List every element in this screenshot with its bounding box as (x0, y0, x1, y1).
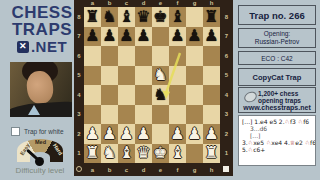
rank-labels-right: 87654321 (220, 7, 233, 163)
gauge-hub (35, 157, 44, 166)
black-knight: ♞ (101, 7, 118, 27)
photo-jacket (10, 100, 72, 117)
move-text: xe4 4. (271, 139, 290, 146)
square-h4[interactable] (203, 85, 220, 105)
square-d6[interactable] (135, 46, 152, 66)
opening-label: Opening: (264, 30, 290, 38)
white-knight: ♞ (101, 144, 118, 164)
square-f4[interactable] (169, 85, 186, 105)
square-a4[interactable] (84, 85, 101, 105)
square-f6[interactable] (169, 46, 186, 66)
square-g4[interactable] (186, 85, 203, 105)
trap-for-white-row: Trap for white (11, 127, 64, 136)
move-line[interactable]: 3...d6 (242, 125, 312, 132)
rank-label: 2 (74, 124, 84, 144)
square-e6[interactable] (152, 46, 169, 66)
move-text: f3 (290, 118, 298, 125)
square-b4[interactable] (101, 85, 118, 105)
presenter-photo (10, 62, 72, 117)
rank-label: 1 (220, 144, 233, 164)
file-label: f (169, 164, 186, 176)
square-f7[interactable]: ♟ (169, 27, 186, 47)
square-e5[interactable]: ♞ (152, 66, 169, 86)
file-label: g (186, 164, 203, 176)
white-rook: ♜ (84, 144, 101, 164)
rank-label: 7 (220, 27, 233, 47)
square-a1[interactable]: ♜ (84, 144, 101, 164)
file-labels-bottom: abcdefgh (84, 164, 220, 176)
file-label: g (186, 0, 203, 7)
move-list[interactable]: [...] 1.e4 e5 2.♘f3 ♘f63...d6[...]3.♘xe5… (238, 115, 316, 166)
file-label: c (118, 164, 135, 176)
square-e4[interactable]: ♞ (152, 85, 169, 105)
square-h6[interactable] (203, 46, 220, 66)
difficulty-label: Difficulty level (6, 166, 74, 175)
square-e1[interactable]: ♚ (152, 144, 169, 164)
board-corner-square (223, 166, 229, 172)
square-c4[interactable] (118, 85, 135, 105)
black-queen: ♛ (135, 7, 152, 27)
square-d7[interactable]: ♟ (135, 27, 152, 47)
black-pawn: ♟ (84, 27, 101, 47)
black-pawn: ♟ (135, 27, 152, 47)
rank-label: 3 (74, 105, 84, 125)
logo-net-text: .NET (31, 38, 67, 55)
square-e2[interactable] (152, 124, 169, 144)
file-label: a (84, 0, 101, 7)
square-c7[interactable]: ♟ (118, 27, 135, 47)
square-c5[interactable] (118, 66, 135, 86)
square-b1[interactable]: ♞ (101, 144, 118, 164)
rank-label: 4 (74, 85, 84, 105)
square-c2[interactable]: ♟ (118, 124, 135, 144)
rank-label: 6 (220, 46, 233, 66)
rank-label: 2 (220, 124, 233, 144)
opening-box: Opening: Russian-Petrov (238, 28, 316, 48)
trap-for-white-checkbox[interactable] (11, 127, 20, 136)
trap-number-box: Trap no. 266 (238, 5, 316, 25)
mouse-icon (242, 90, 258, 105)
square-a2[interactable]: ♟ (84, 124, 101, 144)
square-g2[interactable]: ♟ (186, 124, 203, 144)
square-d3[interactable] (135, 105, 152, 125)
square-c6[interactable] (118, 46, 135, 66)
square-c3[interactable] (118, 105, 135, 125)
black-pawn: ♟ (118, 27, 135, 47)
rank-labels-left: 87654321 (74, 7, 84, 163)
square-c8[interactable]: ♝ (118, 7, 135, 27)
square-b2[interactable]: ♟ (101, 124, 118, 144)
move-text: xe5 (253, 139, 266, 146)
white-queen: ♛ (135, 144, 152, 164)
logo-line-3: ✕ .NET (6, 38, 78, 55)
trap-for-white-label: Trap for white (24, 128, 64, 135)
promo-line-1: 1,200+ chess (258, 90, 298, 97)
black-pawn: ♟ (186, 27, 203, 47)
file-label: h (203, 164, 220, 176)
square-d8[interactable]: ♛ (135, 7, 152, 27)
square-a3[interactable] (84, 105, 101, 125)
rank-label: 7 (74, 27, 84, 47)
move-text: 3...d6 (250, 125, 267, 132)
square-b3[interactable] (101, 105, 118, 125)
rank-label: 5 (74, 66, 84, 86)
file-labels-top: abcdefgh (84, 0, 220, 7)
square-a8[interactable]: ♜ (84, 7, 101, 27)
move-text: e2 (295, 139, 304, 146)
move-line[interactable]: 5.♘c6+ (242, 146, 312, 153)
move-line[interactable]: [...] (242, 132, 312, 139)
board-grid: ♜♞♝♛♚♝♜♟♟♟♟♟♟♟♞♞♟♟♟♟♟♟♟♜♞♝♛♚♝♜ (84, 7, 220, 163)
white-pawn: ♟ (101, 124, 118, 144)
x-mark-icon: ✕ (17, 41, 29, 53)
square-g8[interactable] (186, 7, 203, 27)
square-h2[interactable]: ♟ (203, 124, 220, 144)
eco-box: ECO : C42 (238, 51, 316, 65)
promo-box: 1,200+ chess opening traps www.chesstrap… (238, 87, 316, 113)
move-line[interactable]: 3.♘xe5 ♘xe4 4.♕e2 ♘f6 (242, 139, 312, 146)
square-f8[interactable]: ♝ (169, 7, 186, 27)
black-pawn: ♟ (169, 27, 186, 47)
square-g5[interactable] (186, 66, 203, 86)
square-b6[interactable] (101, 46, 118, 66)
file-label: d (135, 164, 152, 176)
file-label: e (152, 164, 169, 176)
file-label: d (135, 0, 152, 7)
square-g3[interactable] (186, 105, 203, 125)
file-label: c (118, 0, 135, 7)
square-f5[interactable] (169, 66, 186, 86)
square-g7[interactable]: ♟ (186, 27, 203, 47)
square-g1[interactable] (186, 144, 203, 164)
move-text: [...] 1.e4 e5 2. (242, 118, 285, 125)
square-g6[interactable] (186, 46, 203, 66)
rank-label: 8 (220, 7, 233, 27)
logo-line-2: TRAPS (6, 21, 78, 38)
square-b7[interactable]: ♟ (101, 27, 118, 47)
trap-number: Trap no. 266 (249, 10, 304, 21)
square-f2[interactable]: ♟ (169, 124, 186, 144)
promo-url: www.chesstraps.net (239, 104, 315, 111)
rank-label: 3 (220, 105, 233, 125)
square-b5[interactable] (101, 66, 118, 86)
move-text: c6+ (253, 146, 265, 153)
video-frame: CHESS TRAPS ✕ .NET Trap for white Easy M… (0, 0, 320, 180)
white-pawn: ♟ (186, 124, 203, 144)
square-a7[interactable]: ♟ (84, 27, 101, 47)
white-knight: ♞ (152, 66, 169, 86)
move-text: f6 (303, 118, 309, 125)
site-logo: CHESS TRAPS ✕ .NET (6, 4, 78, 55)
square-d5[interactable] (135, 66, 152, 86)
rank-label: 6 (74, 46, 84, 66)
board-corner-logo-icon (76, 166, 82, 172)
white-pawn: ♟ (203, 124, 220, 144)
square-e7[interactable] (152, 27, 169, 47)
move-line[interactable]: [...] 1.e4 e5 2.♘f3 ♘f6 (242, 118, 312, 125)
file-label: a (84, 164, 101, 176)
black-pawn: ♟ (203, 27, 220, 47)
square-h5[interactable] (203, 66, 220, 86)
trap-name-box: CopyCat Trap (238, 68, 316, 86)
black-rook: ♜ (203, 7, 220, 27)
white-bishop: ♝ (118, 144, 135, 164)
promo-line-2: opening traps (258, 97, 301, 104)
white-pawn: ♟ (118, 124, 135, 144)
square-d4[interactable] (135, 85, 152, 105)
difficulty-gauge: Easy Med Hard (12, 137, 68, 166)
file-label: b (101, 164, 118, 176)
rank-label: 1 (74, 144, 84, 164)
white-king: ♚ (152, 144, 169, 164)
black-bishop: ♝ (118, 7, 135, 27)
square-d1[interactable]: ♛ (135, 144, 152, 164)
rank-label: 4 (220, 85, 233, 105)
white-rook: ♜ (203, 144, 220, 164)
square-a5[interactable] (84, 66, 101, 86)
black-king: ♚ (152, 7, 169, 27)
square-h3[interactable] (203, 105, 220, 125)
black-rook: ♜ (84, 7, 101, 27)
black-pawn: ♟ (101, 27, 118, 47)
white-pawn: ♟ (169, 124, 186, 144)
square-e8[interactable]: ♚ (152, 7, 169, 27)
square-c1[interactable]: ♝ (118, 144, 135, 164)
file-label: b (101, 0, 118, 7)
square-d2[interactable]: ♟ (135, 124, 152, 144)
square-a6[interactable] (84, 46, 101, 66)
square-b8[interactable]: ♞ (101, 7, 118, 27)
white-bishop: ♝ (169, 144, 186, 164)
white-pawn: ♟ (135, 124, 152, 144)
move-text: f6 (310, 139, 316, 146)
square-h7[interactable]: ♟ (203, 27, 220, 47)
trap-name: CopyCat Trap (253, 73, 302, 82)
square-f1[interactable]: ♝ (169, 144, 186, 164)
white-pawn: ♟ (84, 124, 101, 144)
file-label: f (169, 0, 186, 7)
logo-line-1: CHESS (6, 4, 78, 21)
square-h8[interactable]: ♜ (203, 7, 220, 27)
rank-label: 5 (220, 66, 233, 86)
opening-name: Russian-Petrov (255, 38, 299, 46)
file-label: h (203, 0, 220, 7)
black-knight: ♞ (152, 85, 169, 105)
square-h1[interactable]: ♜ (203, 144, 220, 164)
square-e3[interactable] (152, 105, 169, 125)
black-bishop: ♝ (169, 7, 186, 27)
chess-board: abcdefgh 87654321 ♜♞♝♛♚♝♜♟♟♟♟♟♟♟♞♞♟♟♟♟♟♟… (74, 0, 233, 176)
gauge-label-med: Med (35, 140, 46, 146)
file-label: e (152, 0, 169, 7)
eco-code: ECO : C42 (261, 55, 292, 62)
rank-label: 8 (74, 7, 84, 27)
square-f3[interactable] (169, 105, 186, 125)
move-text: [...] (250, 132, 260, 139)
